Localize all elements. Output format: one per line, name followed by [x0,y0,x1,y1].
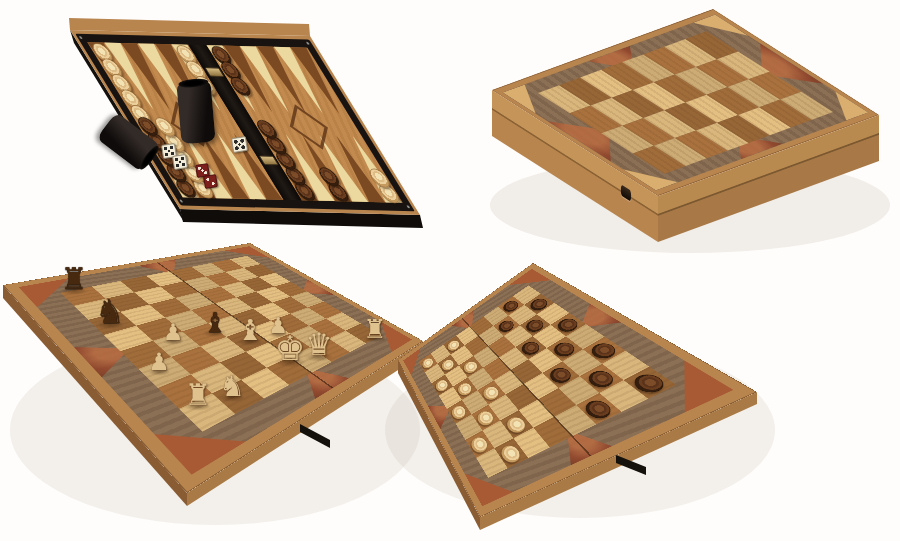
light-chess-pawn: ♟ [148,350,170,374]
light-chess-king: ♚ [275,331,305,365]
dice-cup-mouth [137,144,161,172]
lying-dice-cup [96,112,161,172]
product-photo-scene: ♜♞♝♟♟♟♝♚♛♜♜♞ [0,0,900,541]
standing-dice-cup [176,80,215,145]
dark-chess-rook: ♜ [61,264,88,294]
light-chess-pawn: ♟ [163,321,184,344]
dark-chess-bishop: ♝ [203,309,227,336]
light-chess-rook: ♜ [363,316,386,342]
light-chess-rook: ♜ [185,380,212,410]
red-die-showing-2 [203,174,218,189]
light-chess-bishop: ♝ [237,316,263,345]
light-chess-knight: ♞ [219,372,245,401]
white-die-showing-5 [172,154,188,170]
loose-pieces-layer: ♜♞♝♟♟♟♝♚♛♜♜♞ [0,0,900,541]
dice-cup-mouth [178,77,209,88]
light-chess-queen: ♛ [305,329,333,360]
white-die-showing-5 [230,135,247,152]
dark-chess-knight: ♞ [95,295,125,328]
